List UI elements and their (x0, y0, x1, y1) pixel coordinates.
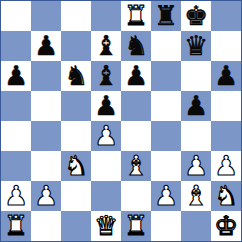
piece-white-pawn: ♟ (154, 181, 178, 211)
square-g2[interactable]: ♝ (181, 181, 211, 211)
piece-black-king: ♚ (184, 1, 208, 31)
square-g7[interactable]: ♛ (181, 31, 211, 61)
square-h3[interactable]: ♟ (211, 151, 241, 181)
square-d4[interactable]: ♟ (91, 121, 121, 151)
square-c5[interactable] (61, 91, 91, 121)
piece-white-rook: ♜ (124, 1, 148, 31)
square-c6[interactable]: ♞ (61, 61, 91, 91)
square-a6[interactable]: ♟ (1, 61, 31, 91)
square-a7[interactable] (1, 31, 31, 61)
piece-white-king: ♚ (214, 211, 238, 241)
square-d8[interactable] (91, 1, 121, 31)
square-b5[interactable] (31, 91, 61, 121)
square-f1[interactable] (151, 211, 181, 241)
piece-white-pawn: ♟ (94, 121, 118, 151)
square-c3[interactable]: ♞ (61, 151, 91, 181)
square-h7[interactable] (211, 31, 241, 61)
square-f6[interactable] (151, 61, 181, 91)
square-h5[interactable] (211, 91, 241, 121)
square-e8[interactable]: ♜ (121, 1, 151, 31)
square-a8[interactable] (1, 1, 31, 31)
square-a2[interactable]: ♟ (1, 181, 31, 211)
chess-board: ♜♜♚♟♝♞♛♟♞♝♟♟♟♟♟♞♝♟♟♟♟♟♝♞♜♛♜♚ (1, 1, 241, 241)
square-b3[interactable] (31, 151, 61, 181)
square-g3[interactable]: ♟ (181, 151, 211, 181)
square-g6[interactable] (181, 61, 211, 91)
square-h6[interactable]: ♟ (211, 61, 241, 91)
piece-white-pawn: ♟ (34, 181, 58, 211)
piece-white-rook: ♜ (4, 211, 28, 241)
piece-black-knight: ♞ (64, 61, 88, 91)
square-f5[interactable] (151, 91, 181, 121)
piece-white-bishop: ♝ (184, 181, 208, 211)
square-e3[interactable]: ♝ (121, 151, 151, 181)
square-d6[interactable]: ♝ (91, 61, 121, 91)
square-c4[interactable] (61, 121, 91, 151)
square-b2[interactable]: ♟ (31, 181, 61, 211)
square-a5[interactable] (1, 91, 31, 121)
square-c7[interactable] (61, 31, 91, 61)
square-h1[interactable]: ♚ (211, 211, 241, 241)
piece-black-rook: ♜ (154, 1, 178, 31)
chess-board-frame: ♜♜♚♟♝♞♛♟♞♝♟♟♟♟♟♞♝♟♟♟♟♟♝♞♜♛♜♚ (0, 0, 242, 242)
square-f7[interactable] (151, 31, 181, 61)
square-g8[interactable]: ♚ (181, 1, 211, 31)
square-e5[interactable] (121, 91, 151, 121)
square-d3[interactable] (91, 151, 121, 181)
piece-black-pawn: ♟ (34, 31, 58, 61)
square-h4[interactable] (211, 121, 241, 151)
square-c1[interactable] (61, 211, 91, 241)
square-g4[interactable] (181, 121, 211, 151)
square-c8[interactable] (61, 1, 91, 31)
piece-black-pawn: ♟ (124, 61, 148, 91)
piece-white-rook: ♜ (124, 211, 148, 241)
square-e6[interactable]: ♟ (121, 61, 151, 91)
square-f8[interactable]: ♜ (151, 1, 181, 31)
square-g5[interactable]: ♟ (181, 91, 211, 121)
piece-black-pawn: ♟ (214, 61, 238, 91)
square-a3[interactable] (1, 151, 31, 181)
piece-white-knight: ♞ (214, 181, 238, 211)
square-e1[interactable]: ♜ (121, 211, 151, 241)
piece-white-bishop: ♝ (124, 151, 148, 181)
square-g1[interactable] (181, 211, 211, 241)
square-d1[interactable]: ♛ (91, 211, 121, 241)
piece-black-pawn: ♟ (4, 61, 28, 91)
piece-white-pawn: ♟ (214, 151, 238, 181)
piece-black-pawn: ♟ (94, 91, 118, 121)
square-c2[interactable] (61, 181, 91, 211)
piece-black-bishop: ♝ (94, 31, 118, 61)
piece-white-knight: ♞ (64, 151, 88, 181)
square-f3[interactable] (151, 151, 181, 181)
square-a4[interactable] (1, 121, 31, 151)
square-e4[interactable] (121, 121, 151, 151)
square-e7[interactable]: ♞ (121, 31, 151, 61)
square-b1[interactable] (31, 211, 61, 241)
piece-black-queen: ♛ (184, 31, 208, 61)
square-h2[interactable]: ♞ (211, 181, 241, 211)
square-b8[interactable] (31, 1, 61, 31)
square-a1[interactable]: ♜ (1, 211, 31, 241)
square-h8[interactable] (211, 1, 241, 31)
square-d5[interactable]: ♟ (91, 91, 121, 121)
piece-white-pawn: ♟ (4, 181, 28, 211)
square-f2[interactable]: ♟ (151, 181, 181, 211)
square-d7[interactable]: ♝ (91, 31, 121, 61)
piece-black-bishop: ♝ (94, 61, 118, 91)
square-b7[interactable]: ♟ (31, 31, 61, 61)
piece-black-knight: ♞ (124, 31, 148, 61)
piece-black-pawn: ♟ (184, 91, 208, 121)
square-f4[interactable] (151, 121, 181, 151)
square-e2[interactable] (121, 181, 151, 211)
piece-white-queen: ♛ (94, 211, 118, 241)
piece-white-pawn: ♟ (184, 151, 208, 181)
square-d2[interactable] (91, 181, 121, 211)
square-b4[interactable] (31, 121, 61, 151)
square-b6[interactable] (31, 61, 61, 91)
